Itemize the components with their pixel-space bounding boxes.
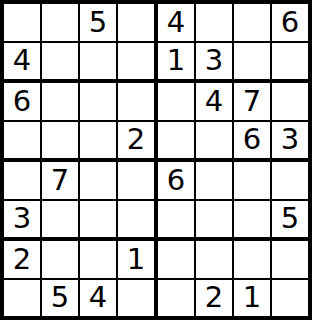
cell-r1c7[interactable] — [234, 4, 272, 43]
cell-r1c8[interactable]: 6 — [272, 4, 308, 43]
cell-r5c5[interactable]: 6 — [158, 162, 196, 201]
cell-r8c4[interactable] — [118, 280, 158, 317]
cell-r3c1[interactable]: 6 — [4, 83, 42, 122]
cell-r7c1[interactable]: 2 — [4, 241, 42, 280]
cell-r1c2[interactable] — [42, 4, 80, 43]
cell-r3c7[interactable]: 7 — [234, 83, 272, 122]
cell-r8c8[interactable] — [272, 280, 308, 317]
cell-r7c7[interactable] — [234, 241, 272, 280]
cell-r2c7[interactable] — [234, 43, 272, 84]
cell-r6c1[interactable]: 3 — [4, 201, 42, 242]
cell-r5c4[interactable] — [118, 162, 158, 201]
cell-r4c6[interactable] — [196, 122, 234, 163]
cell-r3c4[interactable] — [118, 83, 158, 122]
sudoku-page: 5464136472637635215421 — [0, 0, 312, 320]
cell-r4c3[interactable] — [80, 122, 118, 163]
cell-r5c2[interactable]: 7 — [42, 162, 80, 201]
cell-r8c5[interactable] — [158, 280, 196, 317]
cell-r6c4[interactable] — [118, 201, 158, 242]
cell-r6c5[interactable] — [158, 201, 196, 242]
sudoku-board: 5464136472637635215421 — [0, 0, 312, 320]
cell-r4c7[interactable]: 6 — [234, 122, 272, 163]
cell-r2c1[interactable]: 4 — [4, 43, 42, 84]
cell-r6c2[interactable] — [42, 201, 80, 242]
cell-r3c5[interactable] — [158, 83, 196, 122]
cell-r4c8[interactable]: 3 — [272, 122, 308, 163]
cell-r2c3[interactable] — [80, 43, 118, 84]
cell-r6c7[interactable] — [234, 201, 272, 242]
cell-r2c6[interactable]: 3 — [196, 43, 234, 84]
cell-r7c6[interactable] — [196, 241, 234, 280]
cell-r3c8[interactable] — [272, 83, 308, 122]
cell-r8c7[interactable]: 1 — [234, 280, 272, 317]
cell-r8c3[interactable]: 4 — [80, 280, 118, 317]
cell-r2c5[interactable]: 1 — [158, 43, 196, 84]
cell-r6c3[interactable] — [80, 201, 118, 242]
cell-r5c3[interactable] — [80, 162, 118, 201]
cell-r3c6[interactable]: 4 — [196, 83, 234, 122]
cell-r5c1[interactable] — [4, 162, 42, 201]
cell-r7c2[interactable] — [42, 241, 80, 280]
cell-r2c4[interactable] — [118, 43, 158, 84]
cell-r2c2[interactable] — [42, 43, 80, 84]
cell-r6c8[interactable]: 5 — [272, 201, 308, 242]
cell-r2c8[interactable] — [272, 43, 308, 84]
cell-r7c5[interactable] — [158, 241, 196, 280]
cell-r4c2[interactable] — [42, 122, 80, 163]
cell-r1c1[interactable] — [4, 4, 42, 43]
cell-r7c8[interactable] — [272, 241, 308, 280]
cell-r1c6[interactable] — [196, 4, 234, 43]
cell-r7c4[interactable]: 1 — [118, 241, 158, 280]
cell-r6c6[interactable] — [196, 201, 234, 242]
cell-r7c3[interactable] — [80, 241, 118, 280]
cell-r5c8[interactable] — [272, 162, 308, 201]
cell-r8c2[interactable]: 5 — [42, 280, 80, 317]
cell-r3c3[interactable] — [80, 83, 118, 122]
cell-r1c5[interactable]: 4 — [158, 4, 196, 43]
cell-r4c1[interactable] — [4, 122, 42, 163]
cell-r8c1[interactable] — [4, 280, 42, 317]
cell-r4c4[interactable]: 2 — [118, 122, 158, 163]
cell-r3c2[interactable] — [42, 83, 80, 122]
cell-r5c6[interactable] — [196, 162, 234, 201]
cell-r5c7[interactable] — [234, 162, 272, 201]
cell-r1c3[interactable]: 5 — [80, 4, 118, 43]
cell-r1c4[interactable] — [118, 4, 158, 43]
cell-r8c6[interactable]: 2 — [196, 280, 234, 317]
cell-r4c5[interactable] — [158, 122, 196, 163]
